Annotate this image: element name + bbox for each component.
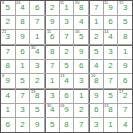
sudoku-cell[interactable]: 1 (118, 45, 132, 59)
cell-digit: 1 (123, 48, 127, 56)
cage-sum-label: 11 (104, 1, 108, 5)
sudoku-cell[interactable]: 1 (89, 16, 103, 30)
sudoku-cell[interactable]: 153 (118, 1, 132, 15)
sudoku-cell[interactable]: 5 (45, 118, 59, 132)
cell-digit: 7 (108, 77, 112, 85)
sudoku-cell[interactable]: 7 (30, 16, 44, 30)
sudoku-cell[interactable]: 119 (104, 1, 118, 15)
cage-sum-label: 15 (119, 1, 123, 5)
cell-digit: 4 (64, 77, 68, 85)
cell-digit: 9 (50, 18, 54, 26)
cage-sum-label: 14 (104, 30, 108, 34)
cell-digit: 6 (64, 92, 68, 100)
cell-digit: 8 (20, 18, 24, 26)
cell-digit: 1 (50, 77, 54, 85)
sudoku-cell[interactable]: 5 (89, 45, 103, 59)
sudoku-cell[interactable]: 6 (16, 45, 30, 59)
cell-digit: 2 (35, 77, 39, 85)
sudoku-cell[interactable]: 304 (45, 104, 59, 118)
cell-digit: 6 (123, 77, 127, 85)
cell-digit: 1 (79, 92, 83, 100)
sudoku-board: 8524462111208711915328793416521391116716… (0, 0, 133, 133)
cell-digit: 7 (94, 4, 98, 12)
cell-digit: 2 (64, 48, 68, 56)
cell-digit: 6 (20, 48, 24, 56)
sudoku-cell[interactable]: 6 (118, 74, 132, 88)
sudoku-cell[interactable]: 6 (104, 16, 118, 30)
sudoku-cell[interactable]: 1 (104, 118, 118, 132)
sudoku-cell[interactable]: 3 (74, 74, 88, 88)
sudoku-cell[interactable]: 2 (104, 60, 118, 74)
cell-digit: 4 (94, 62, 98, 70)
sudoku-cell[interactable]: 1 (45, 74, 59, 88)
cell-digit: 8 (94, 77, 98, 85)
cell-digit: 9 (94, 92, 98, 100)
cell-digit: 7 (79, 121, 83, 129)
cell-digit: 3 (79, 77, 83, 85)
cell-digit: 9 (35, 121, 39, 129)
sudoku-cell[interactable]: 169 (60, 104, 74, 118)
cell-digit: 2 (123, 92, 127, 100)
cell-digit: 8 (79, 4, 83, 12)
cell-digit: 9 (108, 4, 112, 12)
sudoku-cell[interactable]: 116 (45, 30, 59, 44)
cell-digit: 7 (35, 18, 39, 26)
cell-digit: 9 (64, 106, 68, 114)
cage-sum-label: 13 (60, 74, 64, 78)
sudoku-cell[interactable]: 7 (45, 60, 59, 74)
sudoku-cell[interactable]: 2 (30, 74, 44, 88)
cell-digit: 5 (79, 33, 83, 41)
cell-digit: 2 (79, 106, 83, 114)
cell-digit: 5 (123, 18, 127, 26)
cell-digit: 3 (50, 92, 54, 100)
sudoku-cell[interactable]: 165 (74, 30, 88, 44)
cell-digit: 2 (50, 4, 54, 12)
cell-digit: 3 (64, 18, 68, 26)
sudoku-cell[interactable]: 3 (30, 60, 44, 74)
sudoku-cell[interactable]: 4 (74, 16, 88, 30)
cell-digit: 6 (35, 4, 39, 12)
sudoku-cell[interactable]: 2 (16, 118, 30, 132)
cell-digit: 9 (6, 77, 10, 85)
sudoku-cell[interactable]: 5 (60, 60, 74, 74)
cell-digit: 9 (79, 48, 83, 56)
sudoku-cell[interactable]: 8 (1, 60, 15, 74)
cage-sum-label: 8 (2, 1, 4, 5)
cage-sum-label: 21 (2, 30, 6, 34)
cell-digit: 1 (64, 4, 68, 12)
cell-digit: 8 (64, 121, 68, 129)
sudoku-cell[interactable]: 9 (89, 89, 103, 103)
sudoku-cell[interactable]: 7 (118, 104, 132, 118)
cell-digit: 5 (108, 92, 112, 100)
sudoku-cell[interactable]: 6 (30, 1, 44, 15)
cell-digit: 4 (108, 33, 112, 41)
cell-digit: 5 (64, 62, 68, 70)
sudoku-cell[interactable]: 8 (118, 30, 132, 44)
cage-sum-label: 24 (16, 1, 20, 5)
sudoku-cell[interactable]: 1 (16, 60, 30, 74)
cell-digit: 5 (20, 77, 24, 85)
cell-digit: 5 (35, 106, 39, 114)
cage-sum-label: 30 (47, 104, 51, 108)
cell-digit: 3 (94, 121, 98, 129)
cell-digit: 5 (50, 121, 54, 129)
sudoku-cell[interactable]: 7 (74, 118, 88, 132)
sudoku-cell[interactable]: 9 (45, 16, 59, 30)
cage-sum-label: 16 (75, 30, 79, 34)
sudoku-cell[interactable]: 6 (89, 104, 103, 118)
cell-digit: 3 (108, 48, 112, 56)
sudoku-cell[interactable]: 5 (16, 74, 30, 88)
sudoku-cell[interactable]: 244 (16, 1, 30, 15)
sudoku-cell[interactable]: 9 (74, 45, 88, 59)
sudoku-cell[interactable]: 3 (45, 89, 59, 103)
cage-sum-label: 10 (91, 74, 95, 78)
cell-digit: 6 (108, 18, 112, 26)
sudoku-cell[interactable]: 7 (89, 1, 103, 15)
sudoku-cell[interactable]: 1 (74, 89, 88, 103)
sudoku-cell[interactable]: 6 (1, 118, 15, 132)
cell-digit: 8 (123, 33, 127, 41)
cage-sum-label: 13 (104, 104, 108, 108)
sudoku-cell[interactable]: 9 (30, 118, 44, 132)
sudoku-cell[interactable]: 7 (1, 45, 15, 59)
sudoku-cell[interactable]: 213 (1, 30, 15, 44)
cell-digit: 4 (79, 18, 83, 26)
cell-digit: 6 (94, 106, 98, 114)
sudoku-cell[interactable]: 9 (118, 60, 132, 74)
cell-digit: 1 (20, 62, 24, 70)
sudoku-cell[interactable]: 7 (104, 74, 118, 88)
cell-digit: 3 (20, 106, 24, 114)
cell-digit: 7 (50, 62, 54, 70)
cell-digit: 5 (94, 48, 98, 56)
cell-digit: 6 (6, 121, 10, 129)
sudoku-cell[interactable]: 4 (1, 89, 15, 103)
cell-digit: 2 (94, 33, 98, 41)
sudoku-cell[interactable]: 134 (60, 74, 74, 88)
cell-digit: 1 (94, 18, 98, 26)
cell-digit: 1 (108, 121, 112, 129)
sudoku-cell[interactable]: 2 (74, 104, 88, 118)
cell-digit: 7 (123, 106, 127, 114)
cell-digit: 4 (35, 48, 39, 56)
sudoku-cell[interactable]: 99 (1, 74, 15, 88)
cell-digit: 6 (50, 33, 54, 41)
sudoku-cell[interactable]: 108 (89, 74, 103, 88)
sudoku-cell[interactable]: 138 (104, 104, 118, 118)
sudoku-cell[interactable]: 8 (60, 118, 74, 132)
sudoku-cell[interactable]: 172 (118, 89, 132, 103)
cell-digit: 7 (64, 33, 68, 41)
cell-digit: 1 (35, 33, 39, 41)
sudoku-cell[interactable]: 9 (16, 30, 30, 44)
cell-digit: 2 (108, 62, 112, 70)
cell-digit: 4 (123, 121, 127, 129)
sudoku-cell[interactable]: 2 (89, 30, 103, 44)
cell-digit: 5 (6, 4, 10, 12)
sudoku-cell[interactable]: 7 (60, 30, 74, 44)
sudoku-cell[interactable]: 5 (30, 104, 44, 118)
cage-sum-label: 9 (2, 74, 4, 78)
cage-sum-label: 30 (31, 46, 35, 50)
sudoku-cell[interactable]: 208 (74, 1, 88, 15)
sudoku-cell[interactable]: 144 (104, 30, 118, 44)
cage-sum-label: 16 (60, 104, 64, 108)
sudoku-cell[interactable]: 5 (118, 16, 132, 30)
cell-digit: 4 (6, 92, 10, 100)
cage-sum-label: 20 (75, 1, 79, 5)
sudoku-cell[interactable]: 3 (60, 16, 74, 30)
sudoku-cell[interactable]: 4 (118, 118, 132, 132)
sudoku-cell[interactable]: 6 (74, 60, 88, 74)
sudoku-cell[interactable]: 5 (104, 89, 118, 103)
cell-digit: 3 (123, 4, 127, 12)
sudoku-cell[interactable]: 2 (60, 45, 74, 59)
cell-digit: 3 (35, 62, 39, 70)
cage-sum-label: 19 (31, 90, 35, 94)
cell-digit: 8 (35, 92, 39, 100)
sudoku-cell[interactable]: 2 (1, 16, 15, 30)
sudoku-cell[interactable]: 4 (89, 60, 103, 74)
cell-digit: 6 (79, 62, 83, 70)
cell-digit: 1 (6, 106, 10, 114)
sudoku-cell[interactable]: 8 (45, 45, 59, 59)
cell-digit: 4 (20, 4, 24, 12)
cell-digit: 8 (108, 106, 112, 114)
cage-sum-label: 11 (60, 1, 64, 5)
sudoku-cell[interactable]: 198 (30, 89, 44, 103)
sudoku-cell[interactable]: 8 (16, 16, 30, 30)
sudoku-cell[interactable]: 3 (89, 118, 103, 132)
cell-digit: 7 (6, 48, 10, 56)
cell-digit: 9 (20, 33, 24, 41)
sudoku-cell[interactable]: 111 (60, 1, 74, 15)
cell-digit: 8 (6, 62, 10, 70)
cage-sum-label: 11 (47, 30, 51, 34)
cell-digit: 2 (20, 121, 24, 129)
cage-sum-label: 17 (119, 90, 123, 94)
sudoku-cell[interactable]: 3 (104, 45, 118, 59)
sudoku-cell[interactable]: 85 (1, 1, 15, 15)
sudoku-cell[interactable]: 1 (30, 30, 44, 44)
sudoku-cell[interactable]: 3 (16, 104, 30, 118)
sudoku-cell[interactable]: 304 (30, 45, 44, 59)
cell-digit: 9 (123, 62, 127, 70)
cell-digit: 7 (20, 92, 24, 100)
cell-digit: 3 (6, 33, 10, 41)
cell-digit: 2 (6, 18, 10, 26)
sudoku-cell[interactable]: 7 (16, 89, 30, 103)
sudoku-cell[interactable]: 2 (45, 1, 59, 15)
sudoku-cell[interactable]: 1 (1, 104, 15, 118)
cell-digit: 8 (50, 48, 54, 56)
sudoku-cell[interactable]: 6 (60, 89, 74, 103)
